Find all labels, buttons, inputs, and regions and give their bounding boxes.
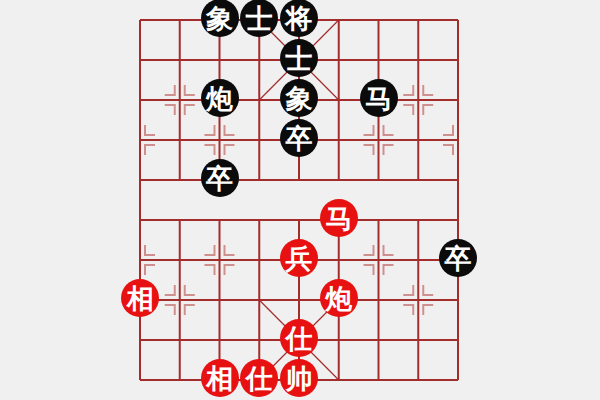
piece-black-soldier[interactable]: 卒 [201, 159, 239, 197]
piece-black-elephant[interactable]: 象 [201, 0, 239, 37]
piece-black-soldier[interactable]: 卒 [439, 239, 477, 277]
piece-red-advisor[interactable]: 仕 [280, 319, 318, 357]
piece-red-horse[interactable]: 马 [320, 199, 358, 237]
piece-red-elephant[interactable]: 相 [201, 359, 239, 397]
piece-red-soldier[interactable]: 兵 [280, 239, 318, 277]
xiangqi-app: 象士将士炮象马卒卒马兵卒相炮仕相仕帅 [0, 0, 600, 400]
piece-black-advisor[interactable]: 士 [240, 0, 278, 37]
piece-red-cannon[interactable]: 炮 [320, 279, 358, 317]
piece-black-cannon[interactable]: 炮 [201, 79, 239, 117]
piece-black-soldier[interactable]: 卒 [280, 119, 318, 157]
piece-black-horse[interactable]: 马 [360, 79, 398, 117]
piece-black-advisor[interactable]: 士 [280, 39, 318, 77]
piece-red-elephant[interactable]: 相 [121, 279, 159, 317]
piece-black-general[interactable]: 将 [280, 0, 318, 37]
piece-black-elephant[interactable]: 象 [280, 79, 318, 117]
piece-red-advisor[interactable]: 仕 [240, 359, 278, 397]
piece-layer: 象士将士炮象马卒卒马兵卒相炮仕相仕帅 [120, 0, 478, 400]
piece-red-general[interactable]: 帅 [280, 359, 318, 397]
